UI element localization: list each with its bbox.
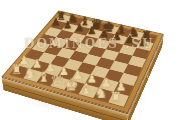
piece-white-bishop: ♝ xyxy=(78,80,94,97)
piece-black-pawn: ♟ xyxy=(85,24,98,38)
piece-white-rook: ♜ xyxy=(108,88,124,105)
square-h4 xyxy=(124,64,142,77)
chess-box: ♜♞♝♛♚♝♞♜♟♟♟♟♟♟♟♟♟♟♟♟♟♟♟♟♜♞♝♛♚♝♞♜ xyxy=(1,11,163,114)
piece-white-knight: ♞ xyxy=(93,84,109,101)
chess-set-photo: ♜♞♝♛♚♝♞♜♟♟♟♟♟♟♟♟♟♟♟♟♟♟♟♟♜♞♝♛♚♝♞♜ DOMINOE… xyxy=(0,0,180,120)
piece-white-king: ♚ xyxy=(64,76,80,93)
brass-latch-icon xyxy=(147,72,149,80)
perspective-wrapper: ♜♞♝♛♚♝♞♜♟♟♟♟♟♟♟♟♟♟♟♟♟♟♟♟♜♞♝♛♚♝♞♜ xyxy=(0,0,180,120)
watermark: DOMINOES .SU xyxy=(24,37,154,51)
